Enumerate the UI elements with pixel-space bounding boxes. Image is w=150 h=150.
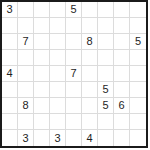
cell-r9c5[interactable] <box>66 130 82 146</box>
cell-r5c2[interactable] <box>18 66 34 82</box>
cell-r5c8[interactable] <box>114 66 130 82</box>
cell-r7c3[interactable] <box>34 98 50 114</box>
cell-r1c6[interactable] <box>82 2 98 18</box>
cell-r9c8[interactable] <box>114 130 130 146</box>
cell-r4c9[interactable] <box>130 50 146 66</box>
cell-r9c4[interactable]: 3 <box>50 130 66 146</box>
cell-r7c8[interactable]: 6 <box>114 98 130 114</box>
cell-r2c4[interactable] <box>50 18 66 34</box>
cell-r7c5[interactable] <box>66 98 82 114</box>
cell-r4c6[interactable] <box>82 50 98 66</box>
cell-r5c1[interactable]: 4 <box>2 66 18 82</box>
cell-r1c4[interactable] <box>50 2 66 18</box>
cell-r8c1[interactable] <box>2 114 18 130</box>
given-digit: 3 <box>54 133 60 144</box>
cell-r4c8[interactable] <box>114 50 130 66</box>
cell-r2c2[interactable] <box>18 18 34 34</box>
cell-r4c2[interactable] <box>18 50 34 66</box>
sudoku-board: 35785475856334 <box>0 0 148 148</box>
cell-r1c8[interactable] <box>114 2 130 18</box>
cell-r3c2[interactable]: 7 <box>18 34 34 50</box>
given-digit: 6 <box>118 100 124 111</box>
cell-r2c7[interactable] <box>98 18 114 34</box>
cell-r5c6[interactable] <box>82 66 98 82</box>
given-digit: 4 <box>6 68 12 79</box>
cell-r2c8[interactable] <box>114 18 130 34</box>
given-digit: 3 <box>6 4 12 15</box>
given-digit: 5 <box>102 100 108 111</box>
given-digit: 8 <box>86 36 92 47</box>
cell-r1c7[interactable] <box>98 2 114 18</box>
cell-r4c4[interactable] <box>50 50 66 66</box>
cell-r9c2[interactable]: 3 <box>18 130 34 146</box>
cell-r3c6[interactable]: 8 <box>82 34 98 50</box>
given-digit: 5 <box>70 4 76 15</box>
cell-r8c3[interactable] <box>34 114 50 130</box>
cell-r7c4[interactable] <box>50 98 66 114</box>
cell-r9c6[interactable]: 4 <box>82 130 98 146</box>
cell-r6c8[interactable] <box>114 82 130 98</box>
cell-r1c3[interactable] <box>34 2 50 18</box>
cell-r9c1[interactable] <box>2 130 18 146</box>
given-digit: 5 <box>102 84 108 95</box>
cell-r6c6[interactable] <box>82 82 98 98</box>
cell-r3c4[interactable] <box>50 34 66 50</box>
cell-r7c7[interactable]: 5 <box>98 98 114 114</box>
cell-r8c5[interactable] <box>66 114 82 130</box>
cell-r6c4[interactable] <box>50 82 66 98</box>
cell-r1c5[interactable]: 5 <box>66 2 82 18</box>
cell-r5c7[interactable] <box>98 66 114 82</box>
cell-r8c4[interactable] <box>50 114 66 130</box>
cell-r8c6[interactable] <box>82 114 98 130</box>
given-digit: 4 <box>86 133 92 144</box>
cell-r3c1[interactable] <box>2 34 18 50</box>
cell-r3c5[interactable] <box>66 34 82 50</box>
cell-r2c1[interactable] <box>2 18 18 34</box>
cell-r9c7[interactable] <box>98 130 114 146</box>
cell-r6c2[interactable] <box>18 82 34 98</box>
cell-r6c7[interactable]: 5 <box>98 82 114 98</box>
cell-r5c3[interactable] <box>34 66 50 82</box>
cell-r5c4[interactable] <box>50 66 66 82</box>
cell-r6c3[interactable] <box>34 82 50 98</box>
cell-r3c9[interactable]: 5 <box>130 34 146 50</box>
cell-r2c3[interactable] <box>34 18 50 34</box>
cell-r9c3[interactable] <box>34 130 50 146</box>
cell-r2c9[interactable] <box>130 18 146 34</box>
given-digit: 7 <box>70 68 76 79</box>
given-digit: 5 <box>135 36 141 47</box>
given-digit: 7 <box>22 36 28 47</box>
cell-r3c8[interactable] <box>114 34 130 50</box>
given-digit: 8 <box>22 100 28 111</box>
cell-r6c1[interactable] <box>2 82 18 98</box>
cell-r8c2[interactable] <box>18 114 34 130</box>
cell-r1c2[interactable] <box>18 2 34 18</box>
cell-r4c1[interactable] <box>2 50 18 66</box>
cell-r8c8[interactable] <box>114 114 130 130</box>
cell-r2c6[interactable] <box>82 18 98 34</box>
given-digit: 3 <box>22 133 28 144</box>
cell-r7c2[interactable]: 8 <box>18 98 34 114</box>
cell-r7c1[interactable] <box>2 98 18 114</box>
cell-r3c3[interactable] <box>34 34 50 50</box>
cell-r4c7[interactable] <box>98 50 114 66</box>
cell-r7c9[interactable] <box>130 98 146 114</box>
cell-r3c7[interactable] <box>98 34 114 50</box>
cell-r8c9[interactable] <box>130 114 146 130</box>
cell-r7c6[interactable] <box>82 98 98 114</box>
cell-r8c7[interactable] <box>98 114 114 130</box>
cell-r6c5[interactable] <box>66 82 82 98</box>
cell-r4c3[interactable] <box>34 50 50 66</box>
cell-r9c9[interactable] <box>130 130 146 146</box>
cell-r4c5[interactable] <box>66 50 82 66</box>
cell-r1c9[interactable] <box>130 2 146 18</box>
cell-r6c9[interactable] <box>130 82 146 98</box>
cell-r1c1[interactable]: 3 <box>2 2 18 18</box>
cell-r2c5[interactable] <box>66 18 82 34</box>
cell-r5c9[interactable] <box>130 66 146 82</box>
cell-r5c5[interactable]: 7 <box>66 66 82 82</box>
